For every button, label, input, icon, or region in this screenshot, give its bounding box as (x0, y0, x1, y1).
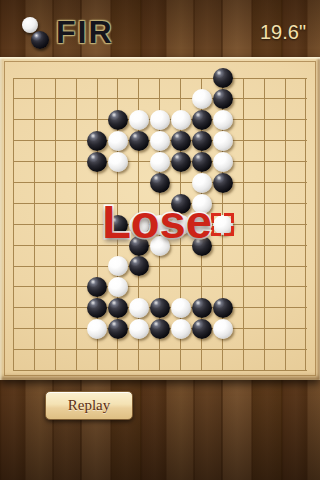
timer-label: 19.6" (260, 21, 306, 44)
white-stone-icon (22, 17, 38, 33)
app-title: FIR (56, 14, 114, 51)
replay-button[interactable]: Replay (45, 391, 133, 420)
app-root: FIR 19.6" Lose Replay (0, 0, 320, 480)
header: FIR 19.6" (0, 0, 320, 57)
black-stone-icon (31, 31, 49, 49)
result-banner: Lose (0, 194, 314, 249)
